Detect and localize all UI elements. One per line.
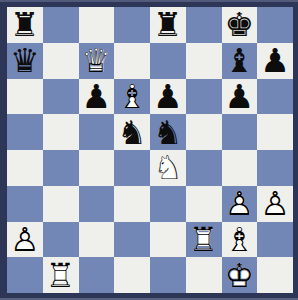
square-g1[interactable]: ♚♔: [222, 257, 258, 293]
square-e5[interactable]: ♞: [150, 114, 186, 150]
piece-white-rook[interactable]: ♜♖: [43, 257, 79, 293]
square-h5[interactable]: [257, 114, 293, 150]
square-b3[interactable]: [43, 186, 79, 222]
square-e7[interactable]: [150, 43, 186, 79]
square-f2[interactable]: ♜♖: [186, 222, 222, 258]
square-b8[interactable]: [43, 7, 79, 43]
square-b7[interactable]: [43, 43, 79, 79]
square-h2[interactable]: [257, 222, 293, 258]
square-c1[interactable]: [79, 257, 115, 293]
square-d1[interactable]: [114, 257, 150, 293]
piece-white-pawn[interactable]: ♟♙: [257, 186, 293, 222]
square-c4[interactable]: [79, 150, 115, 186]
piece-black-pawn[interactable]: ♟: [257, 43, 293, 79]
piece-white-bishop[interactable]: ♝♗: [114, 79, 150, 115]
piece-white-bishop[interactable]: ♝♗: [222, 222, 258, 258]
square-c7[interactable]: ♛♕: [79, 43, 115, 79]
square-d2[interactable]: [114, 222, 150, 258]
square-c8[interactable]: [79, 7, 115, 43]
chess-board: ♜♜♚♛♛♕♝♟♟♝♗♟♟♞♞♞♘♟♙♟♙♟♙♜♖♝♗♜♖♚♔: [7, 7, 293, 293]
square-c2[interactable]: [79, 222, 115, 258]
square-d6[interactable]: ♝♗: [114, 79, 150, 115]
piece-black-pawn[interactable]: ♟: [150, 79, 186, 115]
piece-black-rook[interactable]: ♜: [7, 7, 43, 43]
square-e2[interactable]: [150, 222, 186, 258]
square-h6[interactable]: [257, 79, 293, 115]
square-f3[interactable]: [186, 186, 222, 222]
square-g5[interactable]: [222, 114, 258, 150]
square-e4[interactable]: ♞♘: [150, 150, 186, 186]
square-h8[interactable]: [257, 7, 293, 43]
square-a2[interactable]: ♟♙: [7, 222, 43, 258]
piece-white-rook[interactable]: ♜♖: [186, 222, 222, 258]
piece-black-pawn[interactable]: ♟: [222, 79, 258, 115]
square-c5[interactable]: [79, 114, 115, 150]
square-b1[interactable]: ♜♖: [43, 257, 79, 293]
piece-white-knight[interactable]: ♞♘: [150, 150, 186, 186]
square-g6[interactable]: ♟: [222, 79, 258, 115]
square-f4[interactable]: [186, 150, 222, 186]
piece-white-king[interactable]: ♚♔: [222, 257, 258, 293]
square-g8[interactable]: ♚: [222, 7, 258, 43]
square-e3[interactable]: [150, 186, 186, 222]
square-g7[interactable]: ♝: [222, 43, 258, 79]
piece-white-pawn[interactable]: ♟♙: [222, 186, 258, 222]
square-f8[interactable]: [186, 7, 222, 43]
square-e1[interactable]: [150, 257, 186, 293]
square-g3[interactable]: ♟♙: [222, 186, 258, 222]
square-d4[interactable]: [114, 150, 150, 186]
square-h1[interactable]: [257, 257, 293, 293]
piece-black-knight[interactable]: ♞: [150, 114, 186, 150]
piece-black-king[interactable]: ♚: [222, 7, 258, 43]
square-h3[interactable]: ♟♙: [257, 186, 293, 222]
piece-black-pawn[interactable]: ♟: [79, 79, 115, 115]
chess-board-frame: ♜♜♚♛♛♕♝♟♟♝♗♟♟♞♞♞♘♟♙♟♙♟♙♜♖♝♗♜♖♚♔: [0, 0, 298, 300]
square-a8[interactable]: ♜: [7, 7, 43, 43]
piece-black-knight[interactable]: ♞: [114, 114, 150, 150]
square-g2[interactable]: ♝♗: [222, 222, 258, 258]
piece-black-queen[interactable]: ♛: [7, 43, 43, 79]
square-a4[interactable]: [7, 150, 43, 186]
square-b6[interactable]: [43, 79, 79, 115]
square-g4[interactable]: [222, 150, 258, 186]
square-d7[interactable]: [114, 43, 150, 79]
square-d3[interactable]: [114, 186, 150, 222]
square-b5[interactable]: [43, 114, 79, 150]
square-a5[interactable]: [7, 114, 43, 150]
square-e6[interactable]: ♟: [150, 79, 186, 115]
square-h4[interactable]: [257, 150, 293, 186]
square-c6[interactable]: ♟: [79, 79, 115, 115]
square-f5[interactable]: [186, 114, 222, 150]
square-f1[interactable]: [186, 257, 222, 293]
square-b2[interactable]: [43, 222, 79, 258]
square-e8[interactable]: ♜: [150, 7, 186, 43]
piece-black-rook[interactable]: ♜: [150, 7, 186, 43]
piece-white-queen[interactable]: ♛♕: [79, 43, 115, 79]
square-f6[interactable]: [186, 79, 222, 115]
square-a6[interactable]: [7, 79, 43, 115]
square-a1[interactable]: [7, 257, 43, 293]
square-a7[interactable]: ♛: [7, 43, 43, 79]
square-d5[interactable]: ♞: [114, 114, 150, 150]
square-b4[interactable]: [43, 150, 79, 186]
square-h7[interactable]: ♟: [257, 43, 293, 79]
piece-white-pawn[interactable]: ♟♙: [7, 222, 43, 258]
square-c3[interactable]: [79, 186, 115, 222]
square-a3[interactable]: [7, 186, 43, 222]
square-d8[interactable]: [114, 7, 150, 43]
piece-black-bishop[interactable]: ♝: [222, 43, 258, 79]
square-f7[interactable]: [186, 43, 222, 79]
